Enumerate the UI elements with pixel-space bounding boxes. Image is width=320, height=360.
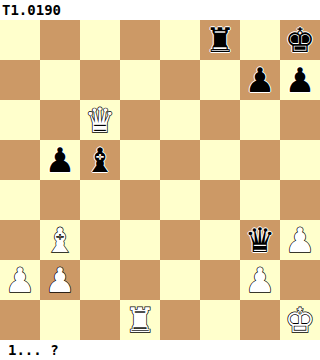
- white-pawn-piece: ♟: [245, 260, 275, 300]
- square-d2[interactable]: [120, 260, 160, 300]
- white-queen-piece: ♛: [85, 100, 115, 140]
- square-b8[interactable]: [40, 20, 80, 60]
- square-a6[interactable]: [0, 100, 40, 140]
- square-b7[interactable]: [40, 60, 80, 100]
- square-c3[interactable]: [80, 220, 120, 260]
- square-e4[interactable]: [160, 180, 200, 220]
- square-g7[interactable]: ♟: [240, 60, 280, 100]
- square-h6[interactable]: [280, 100, 320, 140]
- white-king-piece: ♚: [285, 300, 315, 340]
- square-e8[interactable]: [160, 20, 200, 60]
- black-rook-piece: ♜: [205, 20, 235, 60]
- black-bishop-piece: ♝: [85, 140, 115, 180]
- square-f1[interactable]: [200, 300, 240, 340]
- square-e5[interactable]: [160, 140, 200, 180]
- square-f6[interactable]: [200, 100, 240, 140]
- square-b2[interactable]: ♟: [40, 260, 80, 300]
- black-pawn-piece: ♟: [245, 60, 275, 100]
- black-king-piece: ♚: [285, 20, 315, 60]
- black-pawn-piece: ♟: [45, 140, 75, 180]
- square-g5[interactable]: [240, 140, 280, 180]
- square-a7[interactable]: [0, 60, 40, 100]
- square-a5[interactable]: [0, 140, 40, 180]
- square-b3[interactable]: ♝: [40, 220, 80, 260]
- white-pawn-piece: ♟: [285, 220, 315, 260]
- move-prompt: 1... ?: [0, 340, 320, 360]
- square-h4[interactable]: [280, 180, 320, 220]
- square-c5[interactable]: ♝: [80, 140, 120, 180]
- puzzle-title: T1.0190: [0, 0, 320, 20]
- square-f2[interactable]: [200, 260, 240, 300]
- square-c8[interactable]: [80, 20, 120, 60]
- square-e7[interactable]: [160, 60, 200, 100]
- square-f8[interactable]: ♜: [200, 20, 240, 60]
- square-e6[interactable]: [160, 100, 200, 140]
- square-b1[interactable]: [40, 300, 80, 340]
- square-c4[interactable]: [80, 180, 120, 220]
- square-d3[interactable]: [120, 220, 160, 260]
- white-bishop-piece: ♝: [45, 220, 75, 260]
- square-d1[interactable]: ♜: [120, 300, 160, 340]
- chess-board: ♜♚♟♟♛♟♝♝♛♟♟♟♟♜♚: [0, 20, 320, 340]
- square-g3[interactable]: ♛: [240, 220, 280, 260]
- square-e1[interactable]: [160, 300, 200, 340]
- square-d5[interactable]: [120, 140, 160, 180]
- square-a3[interactable]: [0, 220, 40, 260]
- square-c1[interactable]: [80, 300, 120, 340]
- square-g6[interactable]: [240, 100, 280, 140]
- square-f5[interactable]: [200, 140, 240, 180]
- square-d4[interactable]: [120, 180, 160, 220]
- black-queen-piece: ♛: [245, 220, 275, 260]
- square-h2[interactable]: [280, 260, 320, 300]
- square-g2[interactable]: ♟: [240, 260, 280, 300]
- square-b5[interactable]: ♟: [40, 140, 80, 180]
- square-h1[interactable]: ♚: [280, 300, 320, 340]
- square-h3[interactable]: ♟: [280, 220, 320, 260]
- square-g4[interactable]: [240, 180, 280, 220]
- square-a2[interactable]: ♟: [0, 260, 40, 300]
- square-g8[interactable]: [240, 20, 280, 60]
- square-h8[interactable]: ♚: [280, 20, 320, 60]
- square-f3[interactable]: [200, 220, 240, 260]
- square-c6[interactable]: ♛: [80, 100, 120, 140]
- black-pawn-piece: ♟: [285, 60, 315, 100]
- square-d6[interactable]: [120, 100, 160, 140]
- square-c2[interactable]: [80, 260, 120, 300]
- square-a4[interactable]: [0, 180, 40, 220]
- square-c7[interactable]: [80, 60, 120, 100]
- square-h7[interactable]: ♟: [280, 60, 320, 100]
- square-b4[interactable]: [40, 180, 80, 220]
- square-e2[interactable]: [160, 260, 200, 300]
- square-h5[interactable]: [280, 140, 320, 180]
- square-a8[interactable]: [0, 20, 40, 60]
- white-pawn-piece: ♟: [5, 260, 35, 300]
- chess-puzzle-window: T1.0190 ♜♚♟♟♛♟♝♝♛♟♟♟♟♜♚ 1... ?: [0, 0, 320, 360]
- white-rook-piece: ♜: [125, 300, 155, 340]
- square-g1[interactable]: [240, 300, 280, 340]
- square-b6[interactable]: [40, 100, 80, 140]
- square-e3[interactable]: [160, 220, 200, 260]
- square-a1[interactable]: [0, 300, 40, 340]
- square-f7[interactable]: [200, 60, 240, 100]
- square-d7[interactable]: [120, 60, 160, 100]
- white-pawn-piece: ♟: [45, 260, 75, 300]
- square-f4[interactable]: [200, 180, 240, 220]
- square-d8[interactable]: [120, 20, 160, 60]
